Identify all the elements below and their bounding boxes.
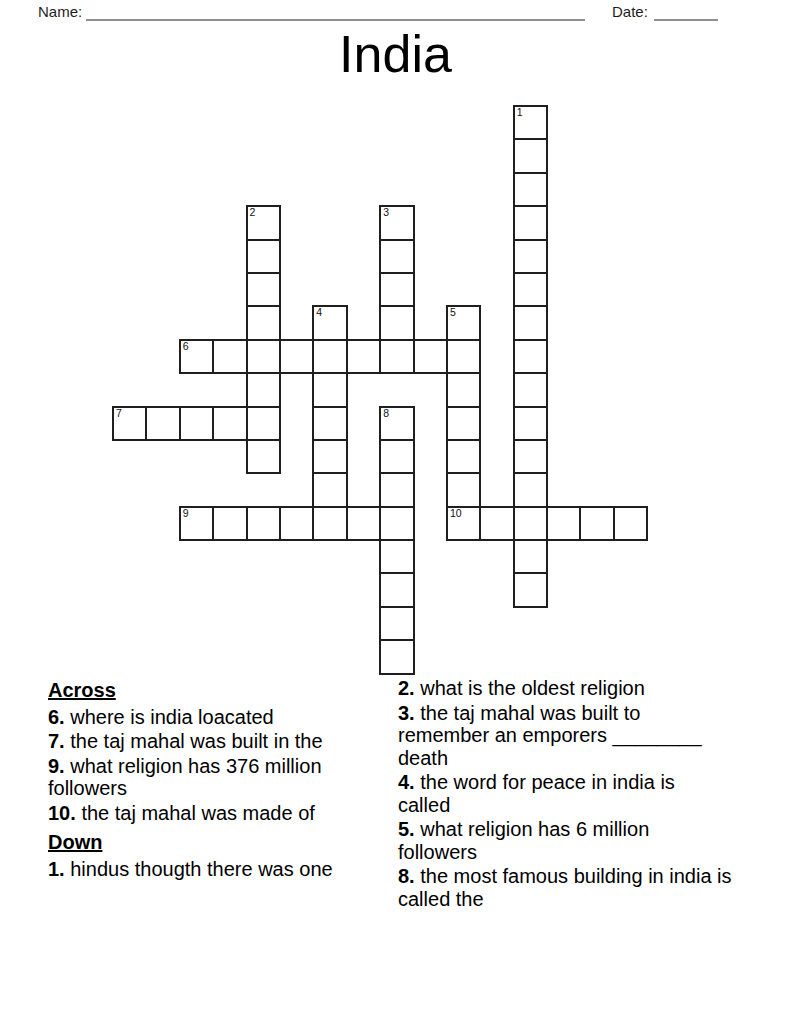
page-title: India [0,26,791,82]
grid-cell-9-10[interactable] [446,406,481,441]
grid-cell-0-12[interactable]: 1 [513,105,548,140]
grid-cell-3-12[interactable] [513,205,548,240]
down-clue-list-left: 1. hindus thougth there was one [48,858,344,881]
name-label: Name: [38,3,82,20]
grid-cell-7-8[interactable] [379,339,414,374]
grid-cell-3-4[interactable]: 2 [246,205,281,240]
grid-cell-7-3[interactable] [212,339,247,374]
grid-cell-12-8[interactable] [379,506,414,541]
grid-cell-12-5[interactable] [279,506,314,541]
clue-number: 8. [398,865,415,887]
cell-number: 3 [383,207,389,218]
clue-4: 4. the word for peace in india is called [398,771,732,816]
clue-text: what religion has 6 million followers [398,818,649,863]
date-label: Date: [612,3,648,20]
grid-cell-15-8[interactable] [379,606,414,641]
crossword-grid: 12345678910 [113,106,647,674]
grid-cell-3-8[interactable]: 3 [379,205,414,240]
cell-number: 2 [250,207,256,218]
grid-cell-11-10[interactable] [446,472,481,507]
grid-cell-12-4[interactable] [246,506,281,541]
clue-text: what religion has 376 million followers [48,755,322,800]
clue-2: 2. what is the oldest religion [398,677,732,700]
cell-number: 9 [183,508,189,519]
grid-cell-4-4[interactable] [246,239,281,274]
name-field-line[interactable] [86,19,585,21]
clues-left-column: Across 6. where is india loacated7. the … [48,679,380,882]
grid-cell-12-11[interactable] [479,506,514,541]
grid-cell-12-7[interactable] [346,506,381,541]
grid-cell-2-12[interactable] [513,172,548,207]
grid-cell-12-2[interactable]: 9 [179,506,214,541]
clue-text: hindus thougth there was one [70,858,332,880]
grid-cell-9-1[interactable] [145,406,180,441]
grid-cell-12-3[interactable] [212,506,247,541]
down-clue-list-right: 2. what is the oldest religion3. the taj… [398,677,732,910]
grid-cell-7-12[interactable] [513,339,548,374]
grid-cell-14-8[interactable] [379,572,414,607]
grid-cell-9-3[interactable] [212,406,247,441]
grid-cell-12-13[interactable] [546,506,581,541]
across-header: Across [48,679,380,702]
clue-text: where is india loacated [70,706,273,728]
grid-cell-16-8[interactable] [379,639,414,674]
clue-9: 9. what religion has 376 million followe… [48,755,378,800]
clue-text: what is the oldest religion [420,677,645,699]
grid-cell-12-6[interactable] [312,506,347,541]
grid-cell-7-2[interactable]: 6 [179,339,214,374]
grid-cell-14-12[interactable] [513,572,548,607]
clue-8: 8. the most famous building in india is … [398,865,732,910]
grid-cell-7-4[interactable] [246,339,281,374]
grid-cell-7-9[interactable] [413,339,448,374]
clue-6: 6. where is india loacated [48,706,378,729]
across-clue-list: 6. where is india loacated7. the taj mah… [48,706,378,825]
grid-cell-12-12[interactable] [513,506,548,541]
grid-cell-9-6[interactable] [312,406,347,441]
grid-cell-8-12[interactable] [513,372,548,407]
grid-cell-12-14[interactable] [579,506,614,541]
grid-cell-11-12[interactable] [513,472,548,507]
clues-right-column: 2. what is the oldest religion3. the taj… [398,676,732,912]
clue-number: 10. [48,802,76,824]
clue-number: 1. [48,858,65,880]
grid-cell-13-12[interactable] [513,539,548,574]
grid-cell-5-12[interactable] [513,272,548,307]
grid-cell-10-10[interactable] [446,439,481,474]
grid-cell-13-8[interactable] [379,539,414,574]
grid-cell-8-10[interactable] [446,372,481,407]
clue-10: 10. the taj mahal was made of [48,802,378,825]
clue-7: 7. the taj mahal was built in the [48,730,378,753]
cell-number: 1 [517,107,523,118]
grid-cell-10-12[interactable] [513,439,548,474]
clue-text: the taj mahal was built to remember an e… [398,702,702,769]
grid-cell-8-6[interactable] [312,372,347,407]
grid-cell-11-8[interactable] [379,472,414,507]
cell-number: 8 [383,408,389,419]
grid-cell-6-12[interactable] [513,305,548,340]
grid-cell-7-6[interactable] [312,339,347,374]
grid-cell-6-6[interactable]: 4 [312,305,347,340]
grid-cell-6-4[interactable] [246,305,281,340]
cell-number: 6 [183,341,189,352]
clue-number: 6. [48,706,65,728]
clue-number: 7. [48,730,65,752]
clue-number: 9. [48,755,65,777]
date-field-line[interactable] [654,19,718,21]
grid-cell-4-12[interactable] [513,239,548,274]
clue-3: 3. the taj mahal was built to remember a… [398,702,732,770]
grid-cell-8-4[interactable] [246,372,281,407]
grid-cell-10-8[interactable] [379,439,414,474]
grid-cell-5-8[interactable] [379,272,414,307]
cell-number: 10 [450,508,462,519]
grid-cell-10-6[interactable] [312,439,347,474]
clue-number: 3. [398,702,415,724]
clue-5: 5. what religion has 6 million followers [398,818,732,863]
worksheet-page: Name: Date: India 12345678910 Across 6. … [0,0,791,1024]
grid-cell-6-10[interactable]: 5 [446,305,481,340]
clue-text: the most famous building in india is cal… [398,865,732,910]
grid-cell-9-4[interactable] [246,406,281,441]
grid-cell-9-2[interactable] [179,406,214,441]
grid-cell-9-0[interactable]: 7 [112,406,147,441]
grid-cell-6-8[interactable] [379,305,414,340]
clue-number: 5. [398,818,415,840]
cell-number: 5 [450,307,456,318]
grid-cell-12-10[interactable]: 10 [446,506,481,541]
clue-number: 4. [398,771,415,793]
grid-cell-12-15[interactable] [613,506,648,541]
clue-number: 2. [398,677,415,699]
cell-number: 7 [116,408,122,419]
grid-cell-10-4[interactable] [246,439,281,474]
grid-cell-1-12[interactable] [513,138,548,173]
clue-text: the taj mahal was built in the [70,730,322,752]
clue-text: the word for peace in india is called [398,771,675,816]
clue-1: 1. hindus thougth there was one [48,858,344,881]
grid-cell-7-5[interactable] [279,339,314,374]
grid-cell-9-12[interactable] [513,406,548,441]
down-header: Down [48,831,380,854]
grid-cell-7-10[interactable] [446,339,481,374]
grid-cell-9-8[interactable]: 8 [379,406,414,441]
clue-text: the taj mahal was made of [81,802,314,824]
cell-number: 4 [316,307,322,318]
grid-cell-5-4[interactable] [246,272,281,307]
grid-cell-11-6[interactable] [312,472,347,507]
grid-cell-4-8[interactable] [379,239,414,274]
grid-cell-7-7[interactable] [346,339,381,374]
